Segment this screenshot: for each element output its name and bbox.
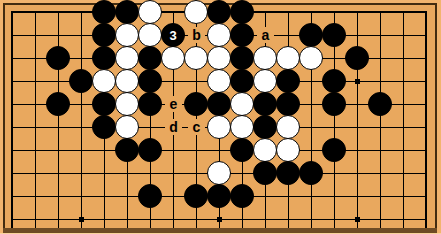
black-stone (184, 184, 208, 208)
black-stone (345, 46, 369, 70)
star-point (355, 217, 360, 222)
move-number: 3 (169, 29, 176, 42)
go-board: 3baedc (0, 0, 441, 234)
white-stone (207, 69, 231, 93)
white-stone (115, 92, 139, 116)
black-stone (230, 69, 254, 93)
black-stone (138, 184, 162, 208)
star-point (217, 217, 222, 222)
black-stone (138, 138, 162, 162)
black-stone (92, 23, 116, 47)
white-stone (184, 46, 208, 70)
black-stone (138, 92, 162, 116)
black-stone (92, 115, 116, 139)
black-stone (230, 23, 254, 47)
black-stone (115, 138, 139, 162)
white-stone (230, 92, 254, 116)
black-stone (138, 46, 162, 70)
black-stone (92, 46, 116, 70)
point-label-e: e (165, 96, 182, 112)
white-stone (115, 115, 139, 139)
black-stone (92, 92, 116, 116)
point-label-a: a (257, 27, 274, 43)
white-stone (276, 138, 300, 162)
black-stone (230, 138, 254, 162)
white-stone (207, 46, 231, 70)
white-stone (207, 115, 231, 139)
white-stone (253, 69, 277, 93)
white-stone (138, 0, 162, 24)
white-stone (230, 115, 254, 139)
black-stone (230, 184, 254, 208)
black-stone (92, 0, 116, 24)
point-label-c: c (188, 119, 205, 135)
black-stone (207, 0, 231, 24)
point-label-b: b (188, 27, 205, 43)
white-stone (115, 23, 139, 47)
white-stone (138, 23, 162, 47)
black-stone (230, 0, 254, 24)
black-stone (207, 92, 231, 116)
black-stone (253, 161, 277, 185)
white-stone (161, 46, 185, 70)
white-stone (115, 69, 139, 93)
black-stone (322, 69, 346, 93)
black-stone (322, 23, 346, 47)
black-stone (299, 161, 323, 185)
black-stone (46, 46, 70, 70)
black-stone (322, 92, 346, 116)
point-label-d: d (165, 119, 182, 135)
grid-line-h (11, 150, 427, 151)
black-stone (69, 69, 93, 93)
black-stone (253, 92, 277, 116)
white-stone (184, 0, 208, 24)
white-stone (207, 23, 231, 47)
white-stone (253, 46, 277, 70)
black-stone (276, 92, 300, 116)
black-stone (276, 69, 300, 93)
black-stone (276, 161, 300, 185)
black-stone (46, 92, 70, 116)
white-stone (115, 46, 139, 70)
black-stone (299, 23, 323, 47)
white-stone (276, 115, 300, 139)
black-stone (230, 46, 254, 70)
numbered-stone-3: 3 (161, 23, 185, 47)
white-stone (299, 46, 323, 70)
black-stone (253, 115, 277, 139)
white-stone (92, 69, 116, 93)
white-stone (253, 138, 277, 162)
black-stone (322, 138, 346, 162)
white-stone (276, 46, 300, 70)
black-stone (138, 69, 162, 93)
black-stone (184, 92, 208, 116)
black-stone (207, 184, 231, 208)
board-bottom-edge-highlight (0, 233, 441, 234)
white-stone (207, 161, 231, 185)
go-diagram: 3baedc (0, 0, 441, 234)
star-point (79, 217, 84, 222)
black-stone (368, 92, 392, 116)
black-stone (115, 0, 139, 24)
star-point (355, 79, 360, 84)
